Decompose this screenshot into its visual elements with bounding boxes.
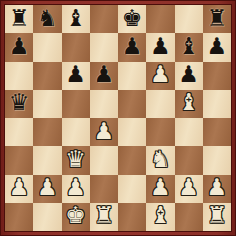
square-g2[interactable]: ♟: [175, 175, 203, 203]
white-pawn-d4[interactable]: ♟: [94, 120, 115, 143]
square-e3[interactable]: [118, 146, 146, 174]
white-pawn-g2[interactable]: ♟: [178, 176, 199, 199]
white-rook-h1[interactable]: ♜: [207, 204, 228, 227]
square-f1[interactable]: ♝: [146, 203, 174, 231]
square-e5[interactable]: [118, 90, 146, 118]
square-e7[interactable]: ♟: [118, 33, 146, 61]
square-a6[interactable]: [5, 62, 33, 90]
square-d2[interactable]: [90, 175, 118, 203]
black-rook-h8[interactable]: ♜: [207, 7, 228, 30]
white-pawn-h2[interactable]: ♟: [207, 176, 228, 199]
black-pawn-g6[interactable]: ♟: [178, 63, 199, 86]
square-b7[interactable]: [33, 33, 61, 61]
white-queen-c3[interactable]: ♛: [65, 148, 86, 171]
square-f4[interactable]: [146, 118, 174, 146]
black-knight-b8[interactable]: ♞: [37, 7, 58, 30]
square-e2[interactable]: [118, 175, 146, 203]
square-f2[interactable]: ♟: [146, 175, 174, 203]
square-c8[interactable]: ♝: [62, 5, 90, 33]
square-f6[interactable]: ♟: [146, 62, 174, 90]
black-king-e8[interactable]: ♚: [122, 7, 143, 30]
square-b3[interactable]: [33, 146, 61, 174]
square-h8[interactable]: ♜: [203, 5, 231, 33]
white-king-c1[interactable]: ♚: [65, 204, 86, 227]
square-b8[interactable]: ♞: [33, 5, 61, 33]
square-b2[interactable]: ♟: [33, 175, 61, 203]
square-d7[interactable]: [90, 33, 118, 61]
square-g6[interactable]: ♟: [175, 62, 203, 90]
black-rook-a8[interactable]: ♜: [9, 7, 30, 30]
white-pawn-a2[interactable]: ♟: [9, 176, 30, 199]
white-knight-f3[interactable]: ♞: [150, 148, 171, 171]
square-h1[interactable]: ♜: [203, 203, 231, 231]
white-rook-d1[interactable]: ♜: [94, 204, 115, 227]
black-pawn-d6[interactable]: ♟: [94, 63, 115, 86]
square-d1[interactable]: ♜: [90, 203, 118, 231]
black-bishop-c8[interactable]: ♝: [65, 7, 86, 30]
square-g7[interactable]: ♝: [175, 33, 203, 61]
square-d4[interactable]: ♟: [90, 118, 118, 146]
square-b1[interactable]: [33, 203, 61, 231]
black-pawn-a7[interactable]: ♟: [9, 35, 30, 58]
square-f5[interactable]: [146, 90, 174, 118]
square-h4[interactable]: [203, 118, 231, 146]
square-a1[interactable]: [5, 203, 33, 231]
black-pawn-f7[interactable]: ♟: [150, 35, 171, 58]
square-b6[interactable]: [33, 62, 61, 90]
square-f3[interactable]: ♞: [146, 146, 174, 174]
square-e8[interactable]: ♚: [118, 5, 146, 33]
white-pawn-c2[interactable]: ♟: [65, 176, 86, 199]
square-d5[interactable]: [90, 90, 118, 118]
chess-board: ♜♞♝♚♜♟♟♟♝♟♟♟♟♟♛♝♟♛♞♟♟♟♟♟♟♚♜♝♜: [5, 5, 231, 231]
square-e6[interactable]: [118, 62, 146, 90]
black-queen-a5[interactable]: ♛: [9, 91, 30, 114]
square-b5[interactable]: [33, 90, 61, 118]
white-bishop-f1[interactable]: ♝: [150, 204, 171, 227]
square-b4[interactable]: [33, 118, 61, 146]
square-f7[interactable]: ♟: [146, 33, 174, 61]
black-bishop-g7[interactable]: ♝: [178, 35, 199, 58]
square-c5[interactable]: [62, 90, 90, 118]
white-pawn-b2[interactable]: ♟: [37, 176, 58, 199]
square-a5[interactable]: ♛: [5, 90, 33, 118]
square-h2[interactable]: ♟: [203, 175, 231, 203]
white-bishop-g5[interactable]: ♝: [178, 91, 199, 114]
square-a2[interactable]: ♟: [5, 175, 33, 203]
square-g5[interactable]: ♝: [175, 90, 203, 118]
square-c2[interactable]: ♟: [62, 175, 90, 203]
square-e4[interactable]: [118, 118, 146, 146]
square-d6[interactable]: ♟: [90, 62, 118, 90]
square-c7[interactable]: [62, 33, 90, 61]
black-pawn-e7[interactable]: ♟: [122, 35, 143, 58]
square-a8[interactable]: ♜: [5, 5, 33, 33]
square-g3[interactable]: [175, 146, 203, 174]
square-g8[interactable]: [175, 5, 203, 33]
board-frame: ♜♞♝♚♜♟♟♟♝♟♟♟♟♟♛♝♟♛♞♟♟♟♟♟♟♚♜♝♜: [0, 0, 236, 236]
square-d3[interactable]: [90, 146, 118, 174]
black-pawn-c6[interactable]: ♟: [65, 63, 86, 86]
square-a4[interactable]: [5, 118, 33, 146]
square-h3[interactable]: [203, 146, 231, 174]
square-d8[interactable]: [90, 5, 118, 33]
square-g4[interactable]: [175, 118, 203, 146]
square-h6[interactable]: [203, 62, 231, 90]
square-c6[interactable]: ♟: [62, 62, 90, 90]
square-h5[interactable]: [203, 90, 231, 118]
black-pawn-h7[interactable]: ♟: [207, 35, 228, 58]
square-a3[interactable]: [5, 146, 33, 174]
white-pawn-f2[interactable]: ♟: [150, 176, 171, 199]
square-f8[interactable]: [146, 5, 174, 33]
square-c1[interactable]: ♚: [62, 203, 90, 231]
square-e1[interactable]: [118, 203, 146, 231]
white-pawn-f6[interactable]: ♟: [150, 63, 171, 86]
square-c3[interactable]: ♛: [62, 146, 90, 174]
square-h7[interactable]: ♟: [203, 33, 231, 61]
square-c4[interactable]: [62, 118, 90, 146]
square-g1[interactable]: [175, 203, 203, 231]
square-a7[interactable]: ♟: [5, 33, 33, 61]
